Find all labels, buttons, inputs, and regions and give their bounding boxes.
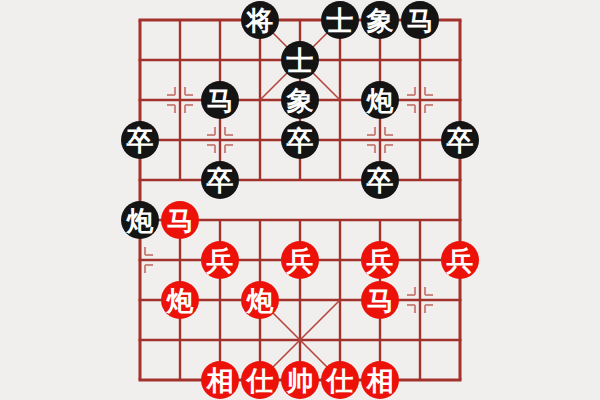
- piece-black-卒[interactable]: 卒: [201, 161, 239, 199]
- piece-black-卒[interactable]: 卒: [361, 161, 399, 199]
- piece-red-炮[interactable]: 炮: [161, 281, 199, 319]
- piece-black-卒[interactable]: 卒: [281, 121, 319, 159]
- piece-red-兵[interactable]: 兵: [361, 241, 399, 279]
- piece-black-象[interactable]: 象: [281, 81, 319, 119]
- piece-black-士[interactable]: 士: [321, 1, 359, 39]
- piece-red-仕[interactable]: 仕: [321, 361, 359, 399]
- piece-red-炮[interactable]: 炮: [241, 281, 279, 319]
- piece-black-马[interactable]: 马: [201, 81, 239, 119]
- piece-black-马[interactable]: 马: [401, 1, 439, 39]
- pieces-layer: 将士象马士马象炮卒卒卒卒卒炮马兵兵兵兵炮炮马相仕帅仕相: [120, 0, 480, 400]
- piece-red-兵[interactable]: 兵: [201, 241, 239, 279]
- piece-red-帅[interactable]: 帅: [281, 361, 319, 399]
- piece-red-马[interactable]: 马: [361, 281, 399, 319]
- xiangqi-diagram: 将士象马士马象炮卒卒卒卒卒炮马兵兵兵兵炮炮马相仕帅仕相: [0, 0, 600, 400]
- piece-red-马[interactable]: 马: [161, 201, 199, 239]
- piece-red-兵[interactable]: 兵: [281, 241, 319, 279]
- piece-black-卒[interactable]: 卒: [441, 121, 479, 159]
- piece-red-仕[interactable]: 仕: [241, 361, 279, 399]
- piece-black-卒[interactable]: 卒: [121, 121, 159, 159]
- piece-black-炮[interactable]: 炮: [121, 201, 159, 239]
- piece-red-相[interactable]: 相: [201, 361, 239, 399]
- piece-red-兵[interactable]: 兵: [441, 241, 479, 279]
- piece-black-象[interactable]: 象: [361, 1, 399, 39]
- piece-black-士[interactable]: 士: [281, 41, 319, 79]
- piece-black-炮[interactable]: 炮: [361, 81, 399, 119]
- piece-black-将[interactable]: 将: [241, 1, 279, 39]
- piece-red-相[interactable]: 相: [361, 361, 399, 399]
